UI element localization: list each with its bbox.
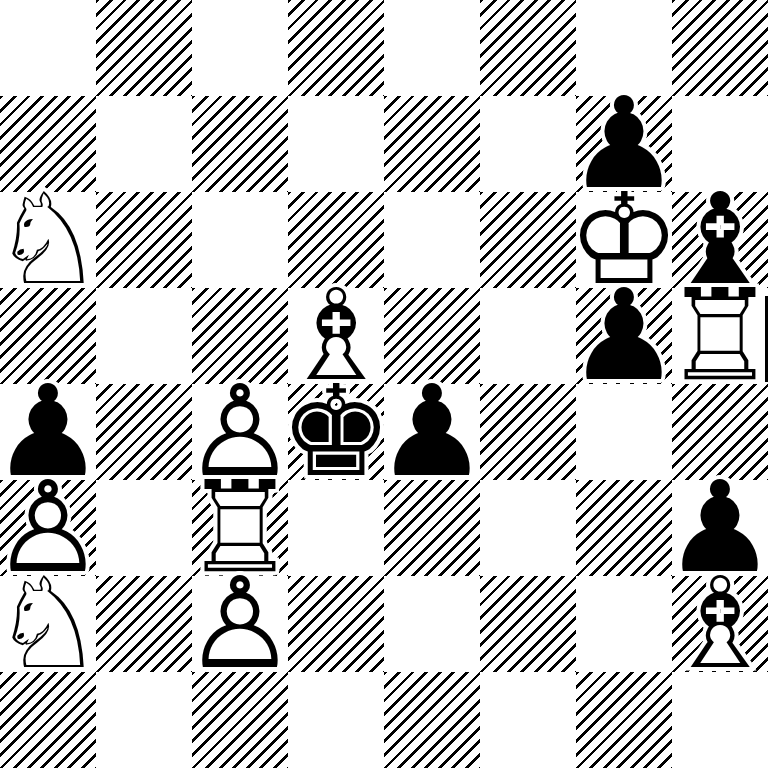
square-a6[interactable]: ♞♘ xyxy=(0,192,96,288)
square-a1[interactable] xyxy=(0,672,96,768)
square-a4[interactable]: ♟♟ xyxy=(0,384,96,480)
black-pawn-icon: ♟ xyxy=(672,480,768,576)
square-e4[interactable]: ♟♟ xyxy=(384,384,480,480)
white-bishop-icon: ♗ xyxy=(288,288,384,384)
square-d5[interactable]: ♝♗ xyxy=(288,288,384,384)
white-pawn-icon: ♙ xyxy=(0,480,96,576)
square-f7[interactable] xyxy=(480,96,576,192)
square-d2[interactable] xyxy=(288,576,384,672)
square-b3[interactable] xyxy=(96,480,192,576)
square-d3[interactable] xyxy=(288,480,384,576)
piece-halo: ♟ xyxy=(384,384,480,480)
white-rook-icon: ♖ xyxy=(672,288,768,384)
piece-halo: ♚ xyxy=(288,384,384,480)
square-a2[interactable]: ♞♘ xyxy=(0,576,96,672)
white-pawn-icon: ♙ xyxy=(192,384,288,480)
piece-halo: ♝ xyxy=(288,288,384,384)
square-g4[interactable] xyxy=(576,384,672,480)
square-g5[interactable]: ♟♟ xyxy=(576,288,672,384)
square-e6[interactable] xyxy=(384,192,480,288)
piece-halo: ♟ xyxy=(576,96,672,192)
piece-halo: ♞ xyxy=(0,192,96,288)
square-a7[interactable] xyxy=(0,96,96,192)
piece-halo: ♚ xyxy=(576,192,672,288)
square-g8[interactable] xyxy=(576,0,672,96)
white-rook-icon: ♖ xyxy=(192,480,288,576)
square-f6[interactable] xyxy=(480,192,576,288)
square-h4[interactable] xyxy=(672,384,768,480)
square-b2[interactable] xyxy=(96,576,192,672)
square-d8[interactable] xyxy=(288,0,384,96)
square-d6[interactable] xyxy=(288,192,384,288)
square-h8[interactable] xyxy=(672,0,768,96)
square-b8[interactable] xyxy=(96,0,192,96)
black-king-icon: ♚ xyxy=(288,384,384,480)
black-pawn-icon: ♟ xyxy=(576,288,672,384)
square-f8[interactable] xyxy=(480,0,576,96)
piece-halo: ♜ xyxy=(672,288,768,384)
square-g7[interactable]: ♟♟ xyxy=(576,96,672,192)
square-f4[interactable] xyxy=(480,384,576,480)
piece-halo: ♟ xyxy=(0,384,96,480)
square-b5[interactable] xyxy=(96,288,192,384)
square-e3[interactable] xyxy=(384,480,480,576)
square-d1[interactable] xyxy=(288,672,384,768)
square-e1[interactable] xyxy=(384,672,480,768)
black-pawn-icon: ♟ xyxy=(0,384,96,480)
square-c5[interactable] xyxy=(192,288,288,384)
square-c1[interactable] xyxy=(192,672,288,768)
piece-halo: ♜ xyxy=(192,480,288,576)
white-knight-icon: ♘ xyxy=(0,576,96,672)
square-h7[interactable] xyxy=(672,96,768,192)
square-c3[interactable]: ♜♖ xyxy=(192,480,288,576)
square-e8[interactable] xyxy=(384,0,480,96)
piece-halo: ♟ xyxy=(192,576,288,672)
piece-halo: ♟ xyxy=(576,288,672,384)
piece-halo: ♝ xyxy=(672,192,768,288)
square-b6[interactable] xyxy=(96,192,192,288)
square-b1[interactable] xyxy=(96,672,192,768)
square-h6[interactable]: ♝♝ xyxy=(672,192,768,288)
white-pawn-icon: ♙ xyxy=(192,576,288,672)
square-a5[interactable] xyxy=(0,288,96,384)
square-g1[interactable] xyxy=(576,672,672,768)
square-g3[interactable] xyxy=(576,480,672,576)
square-b7[interactable] xyxy=(96,96,192,192)
square-c2[interactable]: ♟♙ xyxy=(192,576,288,672)
white-king-icon: ♔ xyxy=(576,192,672,288)
square-c4[interactable]: ♟♙ xyxy=(192,384,288,480)
square-d4[interactable]: ♚♚ xyxy=(288,384,384,480)
square-a3[interactable]: ♟♙ xyxy=(0,480,96,576)
square-e2[interactable] xyxy=(384,576,480,672)
black-pawn-icon: ♟ xyxy=(384,384,480,480)
piece-halo: ♟ xyxy=(672,480,768,576)
square-g2[interactable] xyxy=(576,576,672,672)
chess-board: ♟♟♞♘♚♔♝♝♝♗♟♟♜♖♟♟♟♙♚♚♟♟♟♙♜♖♟♟♞♘♟♙♝♗ xyxy=(0,0,768,768)
square-h2[interactable]: ♝♗ xyxy=(672,576,768,672)
square-b4[interactable] xyxy=(96,384,192,480)
piece-halo: ♟ xyxy=(192,384,288,480)
square-d7[interactable] xyxy=(288,96,384,192)
black-pawn-icon: ♟ xyxy=(576,96,672,192)
black-bishop-icon: ♝ xyxy=(672,192,768,288)
square-f1[interactable] xyxy=(480,672,576,768)
piece-halo: ♝ xyxy=(672,576,768,672)
square-c7[interactable] xyxy=(192,96,288,192)
white-bishop-icon: ♗ xyxy=(672,576,768,672)
piece-halo: ♞ xyxy=(0,576,96,672)
square-c6[interactable] xyxy=(192,192,288,288)
square-e7[interactable] xyxy=(384,96,480,192)
square-g6[interactable]: ♚♔ xyxy=(576,192,672,288)
square-h5[interactable]: ♜♖ xyxy=(672,288,768,384)
white-knight-icon: ♘ xyxy=(0,192,96,288)
square-f2[interactable] xyxy=(480,576,576,672)
square-a8[interactable] xyxy=(0,0,96,96)
piece-halo: ♟ xyxy=(0,480,96,576)
square-e5[interactable] xyxy=(384,288,480,384)
square-h1[interactable] xyxy=(672,672,768,768)
square-c8[interactable] xyxy=(192,0,288,96)
square-f5[interactable] xyxy=(480,288,576,384)
square-h3[interactable]: ♟♟ xyxy=(672,480,768,576)
square-f3[interactable] xyxy=(480,480,576,576)
